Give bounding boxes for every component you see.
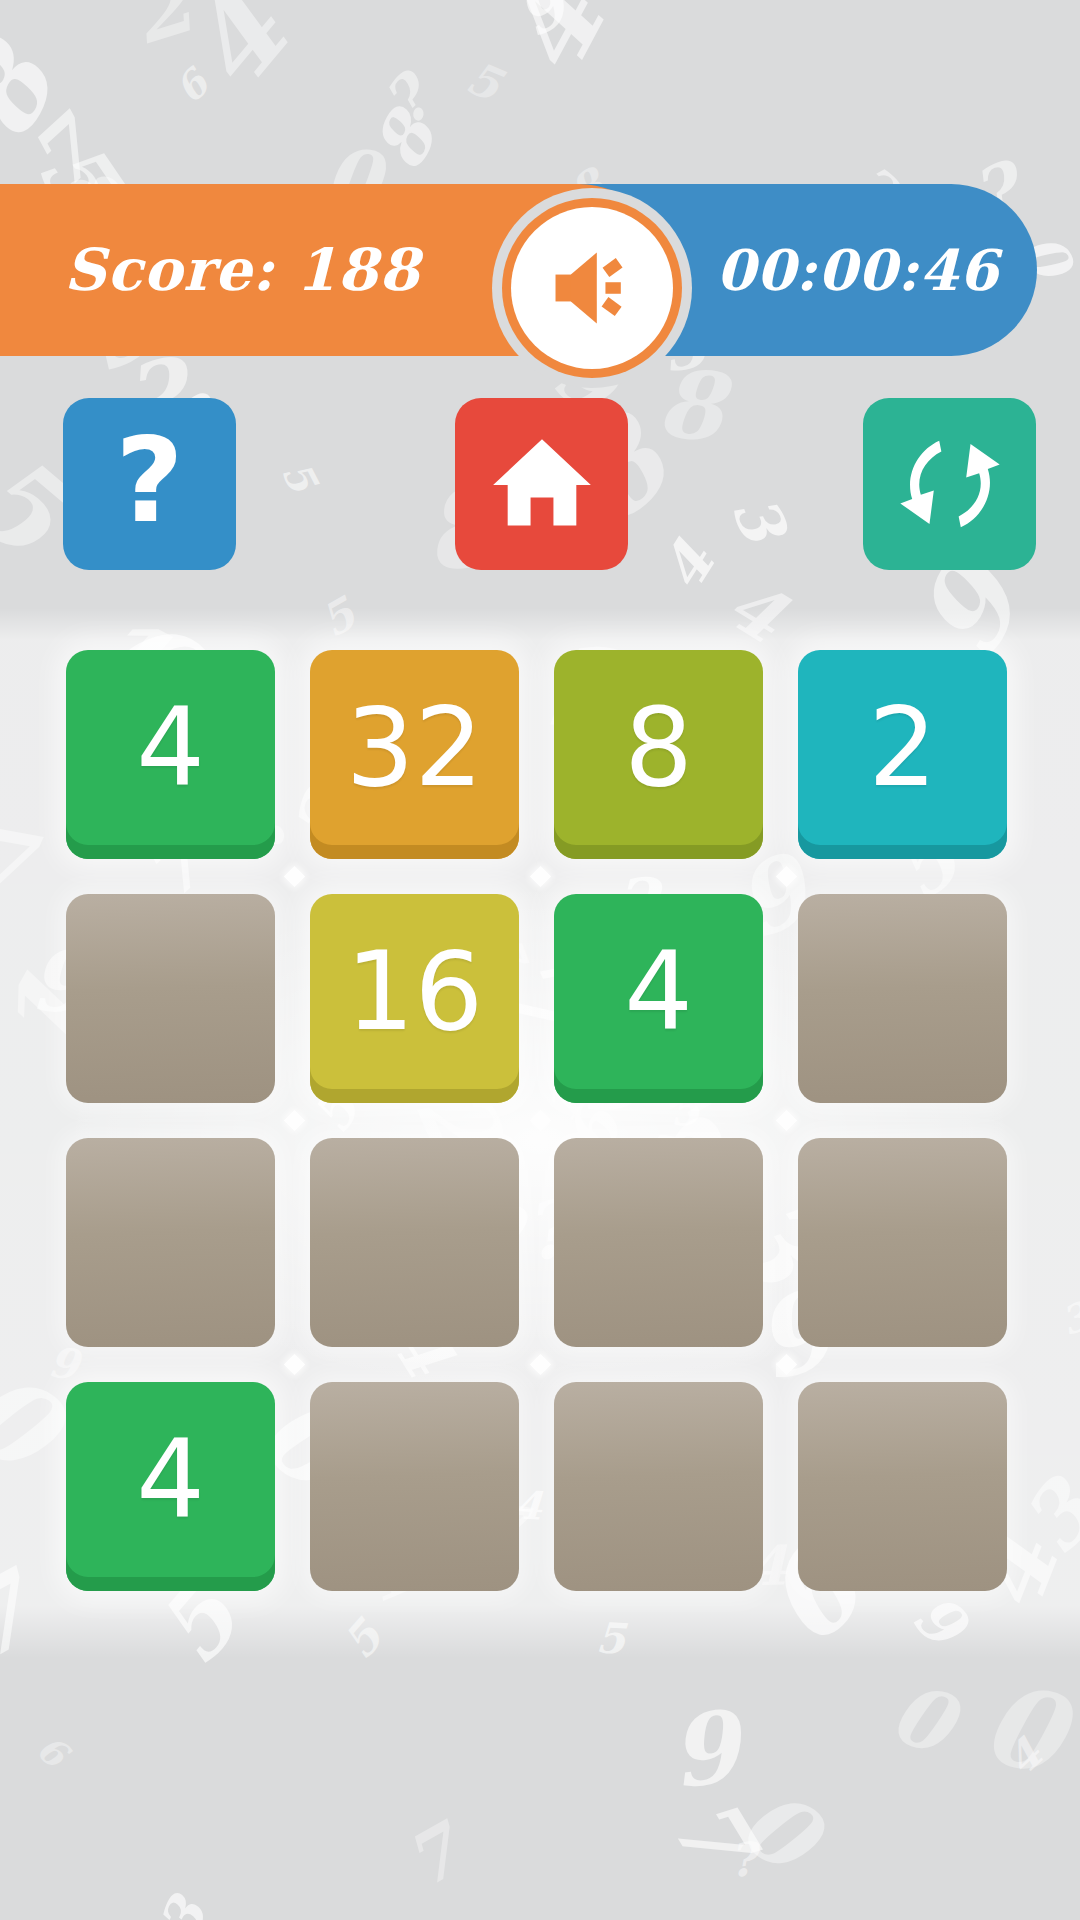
pattern-glyph: 0: [880, 1670, 963, 1767]
cell-r3c1-empty[interactable]: [66, 1138, 275, 1347]
question-mark-icon: ?: [115, 421, 183, 539]
tile-value: 16: [346, 938, 483, 1060]
pattern-glyph: 3: [150, 1890, 215, 1920]
pattern-glyph: 0: [973, 1666, 1073, 1791]
pattern-glyph: 6: [31, 1729, 74, 1774]
sound-button-disc: [511, 207, 673, 369]
cell-r4c1-tile-4[interactable]: 4: [66, 1382, 275, 1591]
tile-value: 4: [136, 1426, 205, 1548]
cell-r1c2-tile-32[interactable]: 32: [310, 650, 519, 859]
pattern-glyph: 3: [722, 487, 795, 550]
cell-r4c3-empty[interactable]: [554, 1382, 763, 1591]
cell-r4c2-empty[interactable]: [310, 1382, 519, 1591]
tile-value: 4: [624, 938, 693, 1060]
speaker-icon: [544, 240, 640, 336]
sound-button[interactable]: [492, 188, 692, 388]
pattern-glyph: ?: [728, 1836, 758, 1884]
cell-r2c1-empty[interactable]: [66, 894, 275, 1103]
cell-r1c1-tile-4[interactable]: 4: [66, 650, 275, 859]
sound-button-ring: [502, 198, 682, 378]
game-screen: 233572057435055228493449?9791080659?3962…: [0, 0, 1080, 1920]
home-button[interactable]: [455, 398, 628, 570]
cell-r4c4-empty[interactable]: [798, 1382, 1007, 1591]
tile-value: 2: [868, 694, 937, 816]
pattern-glyph: 8: [653, 356, 728, 456]
cell-r2c2-tile-16[interactable]: 16: [310, 894, 519, 1103]
tile-value: 8: [624, 694, 693, 816]
cell-r2c3-tile-4[interactable]: 4: [554, 894, 763, 1103]
cell-r2c4-empty[interactable]: [798, 894, 1007, 1103]
pattern-glyph: 7: [395, 1814, 472, 1899]
pattern-glyph: 5: [274, 456, 322, 499]
pattern-glyph: 5: [461, 55, 508, 109]
help-button[interactable]: ?: [63, 398, 236, 570]
cell-r3c3-empty[interactable]: [554, 1138, 763, 1347]
cell-r3c2-empty[interactable]: [310, 1138, 519, 1347]
pattern-glyph: 2: [121, 0, 201, 58]
tile-value: 32: [346, 694, 483, 816]
cell-r1c3-tile-8[interactable]: 8: [554, 650, 763, 859]
timer-label: 00:00:46: [716, 237, 999, 303]
home-icon: [490, 432, 594, 536]
pattern-glyph: 4: [651, 533, 723, 600]
restart-button[interactable]: [863, 398, 1036, 570]
cell-r3c4-empty[interactable]: [798, 1138, 1007, 1347]
cell-r1c4-tile-2[interactable]: 2: [798, 650, 1007, 859]
score-label: Score: 188: [64, 236, 420, 304]
refresh-icon: [896, 430, 1004, 538]
tile-value: 4: [136, 694, 205, 816]
